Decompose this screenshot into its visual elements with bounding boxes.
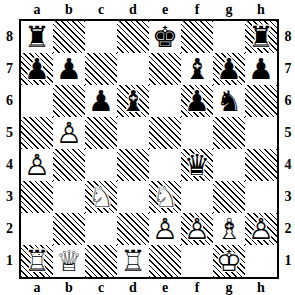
square-h5[interactable] — [245, 117, 277, 149]
chess-diagram: abcdefgh abcdefgh 87654321 87654321 ♜♚♜♟… — [0, 0, 295, 295]
square-b5[interactable]: ♟♙ — [53, 117, 85, 149]
square-b3[interactable] — [53, 181, 85, 213]
file-label-top-h: h — [245, 0, 277, 19]
piece-white-knight-icon: ♘ — [85, 181, 117, 213]
square-h4[interactable] — [245, 149, 277, 181]
piece-black-pawn-icon: ♟ — [213, 53, 245, 85]
file-label-top-g: g — [213, 0, 245, 19]
square-h8[interactable]: ♜ — [245, 21, 277, 53]
square-h3[interactable] — [245, 181, 277, 213]
square-e1[interactable] — [149, 245, 181, 277]
square-d3[interactable] — [117, 181, 149, 213]
file-label-bottom-b: b — [53, 280, 85, 295]
rank-label-left-3: 3 — [0, 181, 19, 213]
file-label-top-f: f — [181, 0, 213, 19]
file-label-bottom-a: a — [21, 280, 53, 295]
file-label-top-a: a — [21, 0, 53, 19]
piece-black-pawn-icon: ♟ — [85, 85, 117, 117]
square-g6[interactable]: ♞ — [213, 85, 245, 117]
rank-label-left-6: 6 — [0, 85, 19, 117]
piece-white-king-icon: ♔ — [213, 245, 245, 277]
rank-label-left-2: 2 — [0, 213, 19, 245]
file-label-top-e: e — [149, 0, 181, 19]
square-a2[interactable] — [21, 213, 53, 245]
piece-white-pawn-icon: ♙ — [53, 117, 85, 149]
square-e6[interactable] — [149, 85, 181, 117]
square-e3[interactable]: ♞♘ — [149, 181, 181, 213]
square-a5[interactable] — [21, 117, 53, 149]
square-f6[interactable]: ♟ — [181, 85, 213, 117]
square-c3[interactable]: ♞♘ — [85, 181, 117, 213]
square-c1[interactable] — [85, 245, 117, 277]
piece-white-pawn-icon: ♙ — [181, 213, 213, 245]
square-c2[interactable] — [85, 213, 117, 245]
file-label-bottom-g: g — [213, 280, 245, 295]
square-g2[interactable]: ♝♗ — [213, 213, 245, 245]
rank-label-right-3: 3 — [281, 181, 295, 213]
square-c4[interactable] — [85, 149, 117, 181]
square-d5[interactable] — [117, 117, 149, 149]
rank-label-right-5: 5 — [281, 117, 295, 149]
square-e2[interactable]: ♟♙ — [149, 213, 181, 245]
piece-white-rook-icon: ♖ — [117, 245, 149, 277]
square-c5[interactable] — [85, 117, 117, 149]
square-h1[interactable] — [245, 245, 277, 277]
square-f3[interactable] — [181, 181, 213, 213]
piece-black-pawn-icon: ♟ — [21, 53, 53, 85]
square-e4[interactable] — [149, 149, 181, 181]
piece-black-bishop-icon: ♝ — [181, 53, 213, 85]
piece-black-rook-icon: ♜ — [21, 21, 53, 53]
square-g5[interactable] — [213, 117, 245, 149]
rank-label-right-4: 4 — [281, 149, 295, 181]
square-a3[interactable] — [21, 181, 53, 213]
square-a6[interactable] — [21, 85, 53, 117]
rank-labels-right: 87654321 — [281, 21, 295, 277]
rank-label-left-1: 1 — [0, 245, 19, 277]
piece-white-rook-icon: ♖ — [21, 245, 53, 277]
square-d8[interactable] — [117, 21, 149, 53]
piece-black-king-icon: ♚ — [149, 21, 181, 53]
rank-label-right-6: 6 — [281, 85, 295, 117]
file-label-bottom-d: d — [117, 280, 149, 295]
file-label-top-d: d — [117, 0, 149, 19]
square-g4[interactable] — [213, 149, 245, 181]
square-d6[interactable]: ♝ — [117, 85, 149, 117]
square-f2[interactable]: ♟♙ — [181, 213, 213, 245]
square-g3[interactable] — [213, 181, 245, 213]
piece-white-pawn-icon: ♙ — [21, 149, 53, 181]
square-g8[interactable] — [213, 21, 245, 53]
square-f8[interactable] — [181, 21, 213, 53]
file-label-top-b: b — [53, 0, 85, 19]
square-c8[interactable] — [85, 21, 117, 53]
square-f5[interactable] — [181, 117, 213, 149]
square-b8[interactable] — [53, 21, 85, 53]
piece-black-knight-icon: ♞ — [213, 85, 245, 117]
piece-white-pawn-icon: ♙ — [245, 213, 277, 245]
piece-black-queen-icon: ♛ — [181, 149, 213, 181]
file-label-bottom-e: e — [149, 280, 181, 295]
piece-white-knight-icon: ♘ — [149, 181, 181, 213]
file-labels-bottom: abcdefgh — [21, 280, 277, 295]
file-labels-top: abcdefgh — [21, 0, 277, 19]
square-e5[interactable] — [149, 117, 181, 149]
square-a1[interactable]: ♜♖ — [21, 245, 53, 277]
square-a7[interactable]: ♟ — [21, 53, 53, 85]
piece-black-rook-icon: ♜ — [245, 21, 277, 53]
square-b1[interactable]: ♛♕ — [53, 245, 85, 277]
square-d4[interactable] — [117, 149, 149, 181]
rank-label-left-8: 8 — [0, 21, 19, 53]
piece-white-bishop-icon: ♗ — [213, 213, 245, 245]
piece-black-pawn-icon: ♟ — [53, 53, 85, 85]
piece-black-pawn-icon: ♟ — [245, 53, 277, 85]
square-e7[interactable] — [149, 53, 181, 85]
piece-black-pawn-icon: ♟ — [181, 85, 213, 117]
rank-label-right-1: 1 — [281, 245, 295, 277]
piece-white-queen-icon: ♕ — [53, 245, 85, 277]
square-h6[interactable] — [245, 85, 277, 117]
piece-white-pawn-icon: ♙ — [149, 213, 181, 245]
rank-label-right-8: 8 — [281, 21, 295, 53]
rank-label-right-2: 2 — [281, 213, 295, 245]
square-d2[interactable] — [117, 213, 149, 245]
rank-label-left-7: 7 — [0, 53, 19, 85]
square-h7[interactable]: ♟ — [245, 53, 277, 85]
square-b7[interactable]: ♟ — [53, 53, 85, 85]
rank-label-right-7: 7 — [281, 53, 295, 85]
square-c6[interactable]: ♟ — [85, 85, 117, 117]
rank-label-left-5: 5 — [0, 117, 19, 149]
chess-board: ♜♚♜♟♟♝♟♟♟♝♟♞♟♙♟♙♛♞♘♞♘♟♙♟♙♝♗♟♙♜♖♛♕♜♖♚♔ — [19, 19, 279, 279]
square-c7[interactable] — [85, 53, 117, 85]
square-d7[interactable] — [117, 53, 149, 85]
file-label-bottom-h: h — [245, 280, 277, 295]
square-g1[interactable]: ♚♔ — [213, 245, 245, 277]
file-label-bottom-f: f — [181, 280, 213, 295]
square-a8[interactable]: ♜ — [21, 21, 53, 53]
square-g7[interactable]: ♟ — [213, 53, 245, 85]
piece-black-bishop-icon: ♝ — [117, 85, 149, 117]
rank-label-left-4: 4 — [0, 149, 19, 181]
file-label-top-c: c — [85, 0, 117, 19]
square-f7[interactable]: ♝ — [181, 53, 213, 85]
square-b2[interactable] — [53, 213, 85, 245]
square-b4[interactable] — [53, 149, 85, 181]
file-label-bottom-c: c — [85, 280, 117, 295]
square-f1[interactable] — [181, 245, 213, 277]
square-h2[interactable]: ♟♙ — [245, 213, 277, 245]
square-a4[interactable]: ♟♙ — [21, 149, 53, 181]
rank-labels-left: 87654321 — [0, 21, 19, 277]
square-f4[interactable]: ♛ — [181, 149, 213, 181]
square-b6[interactable] — [53, 85, 85, 117]
square-d1[interactable]: ♜♖ — [117, 245, 149, 277]
square-e8[interactable]: ♚ — [149, 21, 181, 53]
